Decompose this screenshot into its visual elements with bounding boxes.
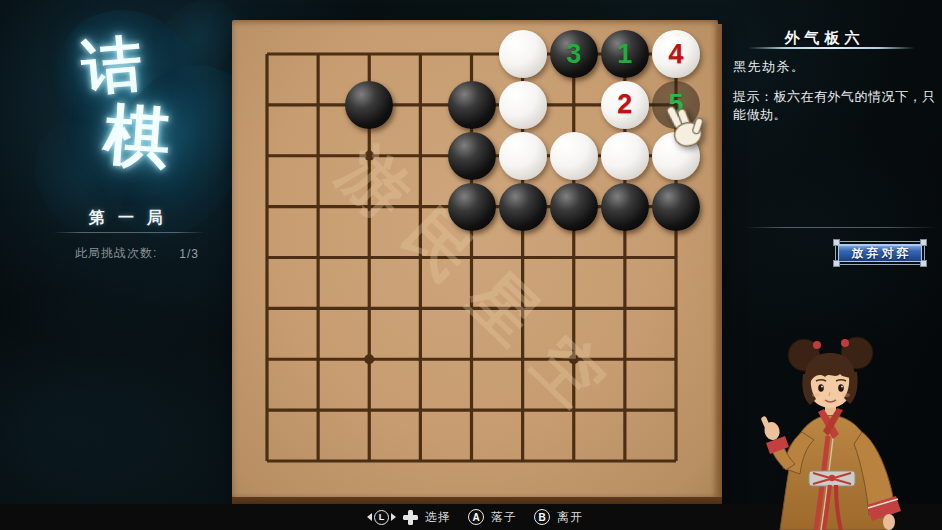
stone-black [652, 183, 700, 231]
give-up-button-label[interactable]: 放弃对弈 [838, 244, 922, 262]
stage-label: 第一局 [38, 208, 214, 229]
puzzle-hint: 提示：板六在有外气的情况下，只 能做劫。 [733, 88, 936, 123]
button-a-icon: A [468, 509, 484, 525]
move-number-label: 3 [550, 30, 598, 78]
board-side-bevel [716, 24, 722, 498]
attempts-row: 此局挑战次数: 1/3 [75, 245, 199, 262]
button-b-icon: B [534, 509, 550, 525]
place-stone-hint-label: 落子 [491, 509, 517, 526]
stone-black [345, 81, 393, 129]
go-board-grid[interactable]: 游民星空 31425 [232, 20, 718, 498]
stone-white [499, 30, 547, 78]
background-smoke [0, 290, 270, 530]
left-stick-icon: L [367, 510, 396, 525]
companion-character-portrait [750, 292, 942, 530]
stone-black: 1 [601, 30, 649, 78]
hint-line-1: 提示：板六在有外气的情况下，只 [733, 88, 936, 106]
hint-line-2: 能做劫。 [733, 106, 936, 124]
attempts-value: 1/3 [179, 247, 199, 261]
stone-black [448, 81, 496, 129]
move-number-label: 4 [652, 30, 700, 78]
stone-white: 4 [652, 30, 700, 78]
game-screen: 诘 棋 第一局 此局挑战次数: 1/3 游民星空 31425 外气板六 黑先劫杀… [0, 0, 942, 530]
move-number-label: 1 [601, 30, 649, 78]
stone-white [550, 132, 598, 180]
puzzle-title: 外气板六 [724, 29, 920, 48]
stone-black [448, 183, 496, 231]
stone-black [601, 183, 649, 231]
right-divider [747, 227, 935, 228]
stick-key-label: L [374, 510, 389, 525]
stone-black: 3 [550, 30, 598, 78]
stone-white: 2 [601, 81, 649, 129]
attempts-label: 此局挑战次数: [75, 245, 157, 262]
left-divider [55, 232, 203, 233]
mode-title-calligraphy: 棋 [101, 90, 173, 184]
stone-white [499, 81, 547, 129]
puzzle-objective: 黑先劫杀。 [733, 58, 806, 76]
stone-black [550, 183, 598, 231]
stone-white [601, 132, 649, 180]
dpad-icon [403, 510, 418, 525]
move-number-label: 2 [601, 81, 649, 129]
select-hint-label: 选择 [425, 509, 451, 526]
stone-black [499, 183, 547, 231]
leave-hint-label: 离开 [557, 509, 583, 526]
stone-black [448, 132, 496, 180]
stone-white [499, 132, 547, 180]
give-up-button[interactable]: 放弃对弈 [835, 241, 925, 265]
